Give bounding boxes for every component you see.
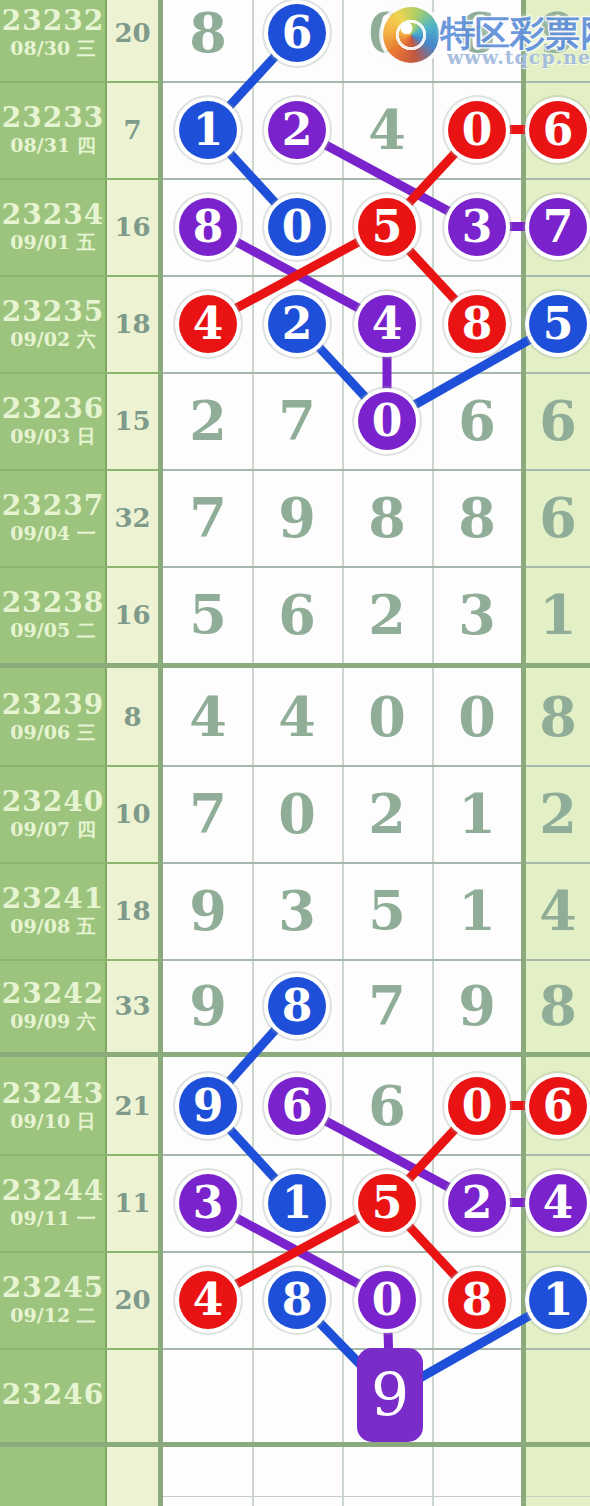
digit-circle-blue: 1 bbox=[179, 101, 237, 159]
digit-plain: 2 bbox=[368, 588, 406, 642]
digit-plain: 6 bbox=[539, 394, 577, 448]
digit-plain: 0 bbox=[458, 690, 496, 744]
digit-plain: 7 bbox=[368, 979, 406, 1033]
digit-circle-blue: 8 bbox=[268, 1271, 326, 1329]
digit-circle-blue: 1 bbox=[268, 1174, 326, 1232]
trend-chart-board: 特区彩票网 www.tqcp.net 2323208/30 三208606923… bbox=[0, 0, 590, 1506]
digit-plain: 1 bbox=[539, 588, 577, 642]
digit-circle-blue: 1 bbox=[529, 1271, 587, 1329]
digit-plain: 0 bbox=[368, 690, 406, 744]
digit-circle-blue: 6 bbox=[268, 4, 326, 62]
digit-plain: 4 bbox=[278, 690, 316, 744]
digit-circle-purple: 2 bbox=[268, 101, 326, 159]
digit-plain: 2 bbox=[368, 787, 406, 841]
digit-plain: 6 bbox=[368, 1079, 406, 1133]
digit-circle-purple: 8 bbox=[179, 198, 237, 256]
digit-circle-purple: 2 bbox=[448, 1174, 506, 1232]
digit-plain: 8 bbox=[539, 979, 577, 1033]
digit-plain: 8 bbox=[458, 491, 496, 545]
digit-circle-purple: 3 bbox=[179, 1174, 237, 1232]
digit-plain: 6 bbox=[278, 588, 316, 642]
digit-circle-red: 4 bbox=[179, 295, 237, 353]
digit-circle-red: 0 bbox=[448, 1077, 506, 1135]
digit-plain: 1 bbox=[458, 884, 496, 938]
digit-plain: 1 bbox=[458, 787, 496, 841]
digit-circle-blue: 9 bbox=[179, 1077, 237, 1135]
digit-plain: 8 bbox=[539, 690, 577, 744]
digit-circle-purple: 3 bbox=[448, 198, 506, 256]
digit-plain: 3 bbox=[278, 884, 316, 938]
digit-plain: 5 bbox=[368, 884, 406, 938]
digit-plain: 8 bbox=[368, 491, 406, 545]
digit-circle-red: 5 bbox=[358, 1174, 416, 1232]
digit-plain: 4 bbox=[539, 884, 577, 938]
digit-circle-purple: 6 bbox=[268, 1077, 326, 1135]
digit-plain: 9 bbox=[189, 979, 227, 1033]
digit-circle-purple: 0 bbox=[358, 392, 416, 450]
prediction-square: 9 bbox=[357, 1348, 423, 1442]
digit-plain: 4 bbox=[189, 690, 227, 744]
digit-circle-red: 0 bbox=[448, 101, 506, 159]
digit-circle-blue: 5 bbox=[529, 295, 587, 353]
digit-circle-purple: 7 bbox=[529, 198, 587, 256]
digit-plain: 3 bbox=[458, 588, 496, 642]
digit-plain: 0 bbox=[278, 787, 316, 841]
digit-plain: 8 bbox=[189, 6, 227, 60]
digit-circle-red: 6 bbox=[529, 1077, 587, 1135]
digit-circle-red: 4 bbox=[179, 1271, 237, 1329]
digit-plain: 6 bbox=[458, 6, 496, 60]
digit-plain: 6 bbox=[539, 491, 577, 545]
digit-plain: 4 bbox=[368, 103, 406, 157]
digit-circle-purple: 4 bbox=[529, 1174, 587, 1232]
digit-circle-purple: 4 bbox=[358, 295, 416, 353]
digit-plain: 2 bbox=[189, 394, 227, 448]
digit-plain: 9 bbox=[539, 6, 577, 60]
digit-plain: 9 bbox=[278, 491, 316, 545]
digit-plain: 9 bbox=[458, 979, 496, 1033]
digit-plain: 5 bbox=[189, 588, 227, 642]
digit-circle-red: 6 bbox=[529, 101, 587, 159]
digit-circle-blue: 0 bbox=[268, 198, 326, 256]
digit-plain: 7 bbox=[278, 394, 316, 448]
digit-plain: 0 bbox=[368, 6, 406, 60]
digit-plain: 6 bbox=[458, 394, 496, 448]
digit-plain: 9 bbox=[189, 884, 227, 938]
digit-circle-red: 8 bbox=[448, 295, 506, 353]
digit-plain: 2 bbox=[539, 787, 577, 841]
digit-circle-blue: 8 bbox=[268, 977, 326, 1035]
digit-circle-red: 5 bbox=[358, 198, 416, 256]
digit-circle-blue: 2 bbox=[268, 295, 326, 353]
digit-circle-purple: 0 bbox=[358, 1271, 416, 1329]
digit-plain: 7 bbox=[189, 787, 227, 841]
digit-circle-red: 8 bbox=[448, 1271, 506, 1329]
digit-plain: 7 bbox=[189, 491, 227, 545]
